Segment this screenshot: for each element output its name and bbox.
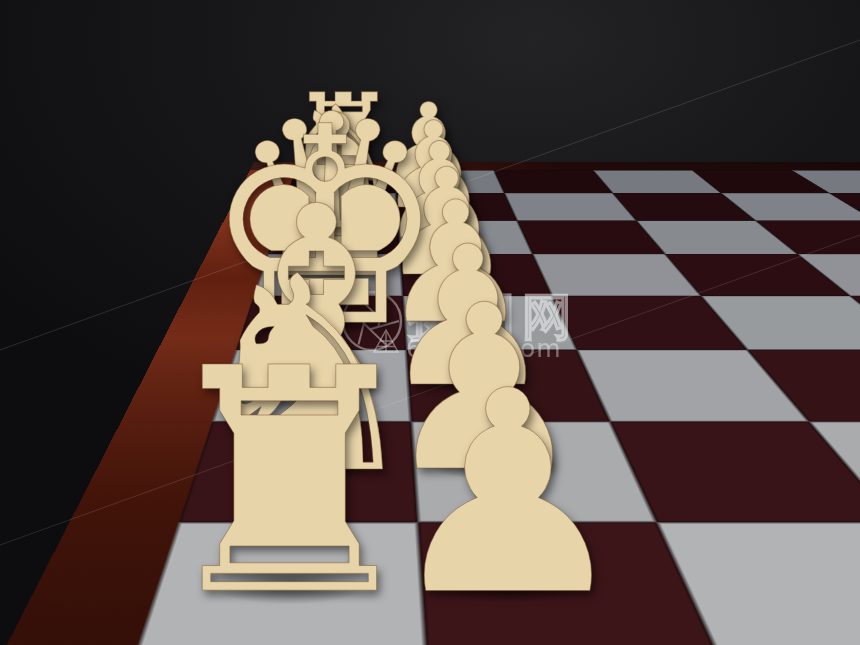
piece-white-pawn-h2: ♟ (383, 355, 633, 634)
chess-photo-scene: ♜♟♞♟♝♟♛♟♚♟♝♟♞♟♜♟ 摄图网 699pic.com (0, 0, 860, 645)
piece-layer: ♜♟♞♟♝♟♛♟♚♟♝♟♞♟♜♟ (0, 0, 860, 645)
